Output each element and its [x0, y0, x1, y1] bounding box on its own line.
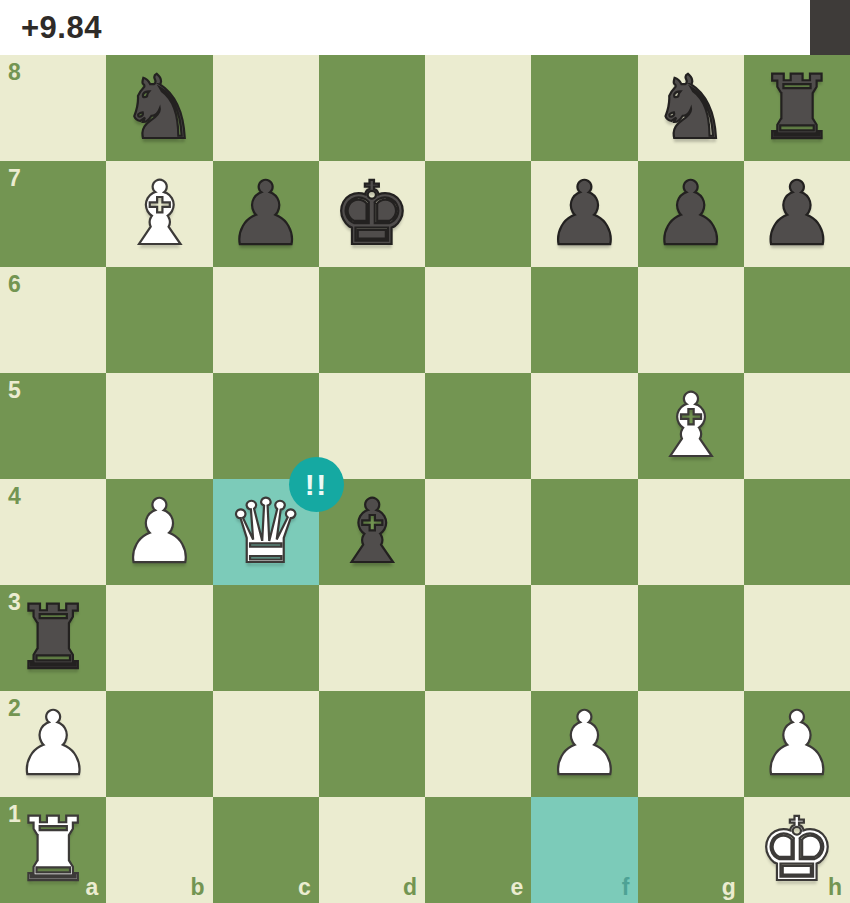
white-king[interactable]: ♚ — [757, 797, 836, 903]
square-b6[interactable] — [106, 267, 212, 373]
square-c3[interactable] — [213, 585, 319, 691]
square-d3[interactable] — [319, 585, 425, 691]
square-f5[interactable] — [531, 373, 637, 479]
square-e1[interactable]: e — [425, 797, 531, 903]
square-f4[interactable] — [531, 479, 637, 585]
black-king[interactable]: ♚ — [332, 161, 411, 267]
black-rook[interactable]: ♜ — [14, 585, 93, 691]
file-label-g: g — [722, 876, 736, 899]
black-pawn[interactable]: ♟ — [651, 161, 730, 267]
square-a3[interactable]: 3♜ — [0, 585, 106, 691]
brilliant-move-badge: !! — [289, 457, 344, 512]
black-knight[interactable]: ♞ — [651, 55, 730, 161]
square-h2[interactable]: ♟ — [744, 691, 850, 797]
square-d1[interactable]: d — [319, 797, 425, 903]
square-b7[interactable]: ♝ — [106, 161, 212, 267]
square-b4[interactable]: ♟ — [106, 479, 212, 585]
square-a1[interactable]: 1a♜ — [0, 797, 106, 903]
square-h6[interactable] — [744, 267, 850, 373]
white-pawn[interactable]: ♟ — [757, 691, 836, 797]
square-h8[interactable]: ♜ — [744, 55, 850, 161]
square-f8[interactable] — [531, 55, 637, 161]
square-e8[interactable] — [425, 55, 531, 161]
square-a2[interactable]: 2♟ — [0, 691, 106, 797]
square-f2[interactable]: ♟ — [531, 691, 637, 797]
square-g8[interactable]: ♞ — [638, 55, 744, 161]
evaluation-score: +9.84 — [21, 0, 102, 55]
rank-label-8: 8 — [8, 61, 21, 84]
white-bishop[interactable]: ♝ — [120, 161, 199, 267]
rank-label-4: 4 — [8, 485, 21, 508]
black-pawn[interactable]: ♟ — [545, 161, 624, 267]
square-a7[interactable]: 7 — [0, 161, 106, 267]
rank-label-6: 6 — [8, 273, 21, 296]
square-e7[interactable] — [425, 161, 531, 267]
square-h5[interactable] — [744, 373, 850, 479]
square-e4[interactable] — [425, 479, 531, 585]
white-pawn[interactable]: ♟ — [120, 479, 199, 585]
square-a5[interactable]: 5 — [0, 373, 106, 479]
white-rook[interactable]: ♜ — [14, 797, 93, 903]
rank-label-5: 5 — [8, 379, 21, 402]
square-d8[interactable] — [319, 55, 425, 161]
square-d6[interactable] — [319, 267, 425, 373]
square-e6[interactable] — [425, 267, 531, 373]
black-pawn[interactable]: ♟ — [226, 161, 305, 267]
square-a4[interactable]: 4 — [0, 479, 106, 585]
white-bishop[interactable]: ♝ — [651, 373, 730, 479]
file-label-d: d — [403, 876, 417, 899]
square-g4[interactable] — [638, 479, 744, 585]
black-bishop[interactable]: ♝ — [332, 479, 411, 585]
square-g1[interactable]: g — [638, 797, 744, 903]
square-h4[interactable] — [744, 479, 850, 585]
rank-label-7: 7 — [8, 167, 21, 190]
evaluation-bar-black-segment — [810, 0, 850, 55]
square-e2[interactable] — [425, 691, 531, 797]
square-h1[interactable]: h♚ — [744, 797, 850, 903]
square-g3[interactable] — [638, 585, 744, 691]
square-h3[interactable] — [744, 585, 850, 691]
square-d7[interactable]: ♚ — [319, 161, 425, 267]
square-b8[interactable]: ♞ — [106, 55, 212, 161]
square-g2[interactable] — [638, 691, 744, 797]
black-pawn[interactable]: ♟ — [757, 161, 836, 267]
square-b2[interactable] — [106, 691, 212, 797]
square-g6[interactable] — [638, 267, 744, 373]
square-b5[interactable] — [106, 373, 212, 479]
square-g7[interactable]: ♟ — [638, 161, 744, 267]
square-c4[interactable]: ♛!! — [213, 479, 319, 585]
square-e5[interactable] — [425, 373, 531, 479]
square-c6[interactable] — [213, 267, 319, 373]
square-f1[interactable]: f — [531, 797, 637, 903]
square-e3[interactable] — [425, 585, 531, 691]
square-c8[interactable] — [213, 55, 319, 161]
square-c7[interactable]: ♟ — [213, 161, 319, 267]
evaluation-bar: +9.84 — [0, 0, 850, 55]
white-pawn[interactable]: ♟ — [545, 691, 624, 797]
chess-board[interactable]: 8♞♞♜7♝♟♚♟♟♟65♝4♟♛!!♝3♜2♟♟♟1a♜bcdefgh♚ — [0, 55, 850, 903]
square-h7[interactable]: ♟ — [744, 161, 850, 267]
square-b3[interactable] — [106, 585, 212, 691]
square-g5[interactable]: ♝ — [638, 373, 744, 479]
black-rook[interactable]: ♜ — [757, 55, 836, 161]
file-label-b: b — [190, 876, 204, 899]
file-label-c: c — [298, 876, 311, 899]
square-b1[interactable]: b — [106, 797, 212, 903]
square-f7[interactable]: ♟ — [531, 161, 637, 267]
square-d2[interactable] — [319, 691, 425, 797]
square-f6[interactable] — [531, 267, 637, 373]
file-label-e: e — [510, 876, 523, 899]
white-pawn[interactable]: ♟ — [14, 691, 93, 797]
file-label-f: f — [622, 876, 630, 899]
square-c2[interactable] — [213, 691, 319, 797]
square-f3[interactable] — [531, 585, 637, 691]
square-a6[interactable]: 6 — [0, 267, 106, 373]
black-knight[interactable]: ♞ — [120, 55, 199, 161]
square-a8[interactable]: 8 — [0, 55, 106, 161]
square-c1[interactable]: c — [213, 797, 319, 903]
